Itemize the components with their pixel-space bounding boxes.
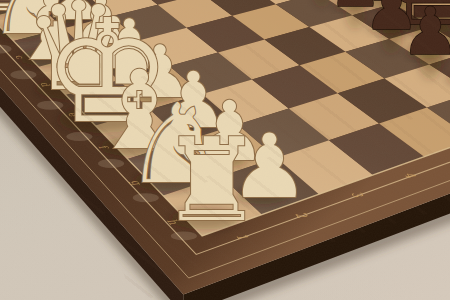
- chessboard-photo: bcdefgh12345♜♟♞♟♝♟♟♛♟♜♟♚♟♞♟♝♟♝♟♞♟♛♜♟♟♚♟♝…: [0, 0, 450, 300]
- photo-grain: [0, 0, 450, 300]
- chess-board: bcdefgh12345♜♟♞♟♝♟♟♛♟♜♟♚♟♞♟♝♟♝♟♞♟♛♜♟♟♚♟♝…: [0, 0, 450, 300]
